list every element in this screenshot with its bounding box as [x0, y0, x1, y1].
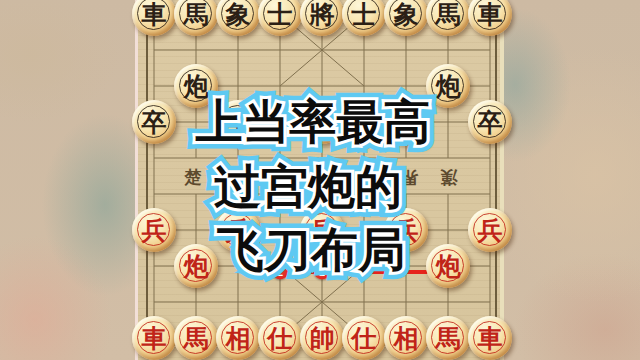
piece-glyph: 炮 — [436, 74, 461, 99]
piece-glyph: 象 — [226, 2, 251, 27]
piece-glyph: 卒 — [478, 110, 503, 135]
piece-glyph: 仕 — [268, 326, 293, 351]
piece-glyph: 仕 — [352, 326, 377, 351]
piece-red-cannon[interactable]: 炮 — [426, 244, 470, 288]
piece-glyph: 卒 — [142, 110, 167, 135]
piece-glyph: 將 — [310, 2, 335, 27]
video-frame: 楚 河 漢 界 車馬象士將士象馬車炮炮卒卒卒卒卒兵兵兵兵兵炮炮車馬相仕帥仕相馬車… — [0, 0, 640, 360]
piece-glyph: 兵 — [142, 218, 167, 243]
piece-glyph: 車 — [142, 326, 167, 351]
piece-red-elephant[interactable]: 相 — [384, 316, 428, 360]
piece-red-soldier[interactable]: 兵 — [468, 208, 512, 252]
piece-black-cannon[interactable]: 炮 — [426, 64, 470, 108]
piece-glyph: 兵 — [478, 218, 503, 243]
piece-red-king[interactable]: 帥 — [300, 316, 344, 360]
piece-red-chariot[interactable]: 車 — [132, 316, 176, 360]
piece-glyph: 士 — [268, 2, 293, 27]
piece-glyph: 象 — [394, 2, 419, 27]
piece-glyph: 相 — [226, 326, 251, 351]
piece-glyph: 車 — [478, 2, 503, 27]
piece-glyph: 士 — [352, 2, 377, 27]
piece-red-chariot[interactable]: 車 — [468, 316, 512, 360]
board-right-edge-highlight — [500, 0, 504, 360]
piece-glyph: 車 — [142, 2, 167, 27]
board-left-edge-highlight — [135, 0, 138, 360]
piece-glyph: 馬 — [184, 2, 209, 27]
piece-red-horse[interactable]: 馬 — [426, 316, 470, 360]
piece-red-cannon[interactable]: 炮 — [174, 244, 218, 288]
piece-glyph: 馬 — [436, 326, 461, 351]
piece-red-advisor[interactable]: 仕 — [258, 316, 302, 360]
piece-black-soldier[interactable]: 卒 — [468, 100, 512, 144]
piece-black-soldier[interactable]: 卒 — [132, 100, 176, 144]
piece-glyph: 馬 — [436, 2, 461, 27]
piece-glyph: 炮 — [436, 254, 461, 279]
piece-glyph: 炮 — [184, 254, 209, 279]
piece-red-soldier[interactable]: 兵 — [132, 208, 176, 252]
river-label-han-jie: 漢 界 — [392, 166, 457, 189]
piece-glyph: 車 — [478, 326, 503, 351]
piece-red-horse[interactable]: 馬 — [174, 316, 218, 360]
piece-glyph: 相 — [394, 326, 419, 351]
piece-glyph: 帥 — [310, 326, 335, 351]
piece-red-advisor[interactable]: 仕 — [342, 316, 386, 360]
piece-red-elephant[interactable]: 相 — [216, 316, 260, 360]
piece-glyph: 馬 — [184, 326, 209, 351]
